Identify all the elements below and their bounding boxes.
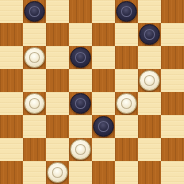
- dark-square-r3c2[interactable]: [46, 69, 69, 92]
- light-square-r2c4: [92, 46, 115, 69]
- light-square-r0c0: [0, 0, 23, 23]
- black-man[interactable]: [24, 1, 45, 22]
- light-square-r3c3: [69, 69, 92, 92]
- light-square-r5c7: [161, 115, 184, 138]
- light-square-r4c6: [138, 92, 161, 115]
- light-square-r0c2: [46, 0, 69, 23]
- dark-square-r0c1[interactable]: [23, 0, 46, 23]
- light-square-r7c1: [23, 161, 46, 184]
- light-square-r2c2: [46, 46, 69, 69]
- dark-square-r4c1[interactable]: [23, 92, 46, 115]
- light-square-r7c7: [161, 161, 184, 184]
- dark-square-r0c7[interactable]: [161, 0, 184, 23]
- white-man[interactable]: [24, 93, 45, 114]
- dark-square-r4c3[interactable]: [69, 92, 92, 115]
- light-square-r5c3: [69, 115, 92, 138]
- light-square-r6c6: [138, 138, 161, 161]
- light-square-r1c5: [115, 23, 138, 46]
- light-square-r1c3: [69, 23, 92, 46]
- checkers-board: [0, 0, 184, 184]
- dark-square-r6c5[interactable]: [115, 138, 138, 161]
- dark-square-r2c3[interactable]: [69, 46, 92, 69]
- light-square-r3c5: [115, 69, 138, 92]
- light-square-r5c1: [23, 115, 46, 138]
- black-man[interactable]: [139, 24, 160, 45]
- light-square-r0c6: [138, 0, 161, 23]
- dark-square-r2c1[interactable]: [23, 46, 46, 69]
- dark-square-r0c5[interactable]: [115, 0, 138, 23]
- light-square-r0c4: [92, 0, 115, 23]
- light-square-r4c0: [0, 92, 23, 115]
- white-man[interactable]: [139, 70, 160, 91]
- black-man[interactable]: [93, 116, 114, 137]
- dark-square-r1c6[interactable]: [138, 23, 161, 46]
- light-square-r1c7: [161, 23, 184, 46]
- dark-square-r4c5[interactable]: [115, 92, 138, 115]
- dark-square-r5c2[interactable]: [46, 115, 69, 138]
- dark-square-r3c6[interactable]: [138, 69, 161, 92]
- dark-square-r7c6[interactable]: [138, 161, 161, 184]
- dark-square-r6c3[interactable]: [69, 138, 92, 161]
- dark-square-r6c1[interactable]: [23, 138, 46, 161]
- dark-square-r7c0[interactable]: [0, 161, 23, 184]
- light-square-r6c4: [92, 138, 115, 161]
- dark-square-r6c7[interactable]: [161, 138, 184, 161]
- dark-square-r1c0[interactable]: [0, 23, 23, 46]
- light-square-r7c3: [69, 161, 92, 184]
- dark-square-r2c7[interactable]: [161, 46, 184, 69]
- black-man[interactable]: [70, 47, 91, 68]
- dark-square-r5c4[interactable]: [92, 115, 115, 138]
- dark-square-r4c7[interactable]: [161, 92, 184, 115]
- black-man[interactable]: [116, 1, 137, 22]
- light-square-r7c5: [115, 161, 138, 184]
- dark-square-r0c3[interactable]: [69, 0, 92, 23]
- light-square-r6c2: [46, 138, 69, 161]
- black-man[interactable]: [70, 93, 91, 114]
- dark-square-r5c0[interactable]: [0, 115, 23, 138]
- light-square-r4c2: [46, 92, 69, 115]
- white-man[interactable]: [116, 93, 137, 114]
- white-man[interactable]: [47, 162, 68, 183]
- dark-square-r1c4[interactable]: [92, 23, 115, 46]
- white-man[interactable]: [70, 139, 91, 160]
- light-square-r1c1: [23, 23, 46, 46]
- light-square-r6c0: [0, 138, 23, 161]
- light-square-r3c1: [23, 69, 46, 92]
- light-square-r2c6: [138, 46, 161, 69]
- dark-square-r5c6[interactable]: [138, 115, 161, 138]
- light-square-r4c4: [92, 92, 115, 115]
- dark-square-r1c2[interactable]: [46, 23, 69, 46]
- dark-square-r2c5[interactable]: [115, 46, 138, 69]
- dark-square-r7c4[interactable]: [92, 161, 115, 184]
- light-square-r2c0: [0, 46, 23, 69]
- dark-square-r3c0[interactable]: [0, 69, 23, 92]
- light-square-r3c7: [161, 69, 184, 92]
- dark-square-r7c2[interactable]: [46, 161, 69, 184]
- dark-square-r3c4[interactable]: [92, 69, 115, 92]
- white-man[interactable]: [24, 47, 45, 68]
- light-square-r5c5: [115, 115, 138, 138]
